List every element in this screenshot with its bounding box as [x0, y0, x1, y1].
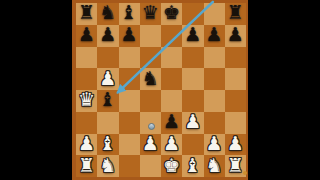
- square-e4[interactable]: [161, 90, 182, 112]
- square-a6[interactable]: [76, 47, 97, 69]
- square-d4[interactable]: [140, 90, 161, 112]
- square-f6[interactable]: [182, 47, 203, 69]
- piece-black-pawn[interactable]: ♟: [163, 112, 180, 131]
- piece-black-rook[interactable]: ♜: [78, 3, 95, 22]
- square-e5[interactable]: [161, 68, 182, 90]
- piece-black-rook[interactable]: ♜: [227, 3, 244, 22]
- piece-white-bishop[interactable]: ♝: [184, 156, 201, 175]
- square-a3[interactable]: [76, 112, 97, 134]
- square-e1[interactable]: ♚: [161, 155, 182, 177]
- square-e2[interactable]: ♟: [161, 134, 182, 156]
- square-a1[interactable]: ♜: [76, 155, 97, 177]
- piece-black-pawn[interactable]: ♟: [99, 25, 116, 44]
- square-c6[interactable]: [119, 47, 140, 69]
- chess-board: ♜♞♝♛♚♜♟♟♟♟♟♟♟♞♛♝♟♟♟♝♟♟♟♟♜♞♚♝♞♜: [72, 0, 248, 180]
- square-b1[interactable]: ♞: [97, 155, 118, 177]
- square-d5[interactable]: ♞: [140, 68, 161, 90]
- square-d6[interactable]: [140, 47, 161, 69]
- square-c4[interactable]: [119, 90, 140, 112]
- piece-white-pawn[interactable]: ♟: [184, 112, 201, 131]
- square-g7[interactable]: ♟: [204, 25, 225, 47]
- piece-black-pawn[interactable]: ♟: [184, 25, 201, 44]
- square-b8[interactable]: ♞: [97, 3, 118, 25]
- piece-white-queen[interactable]: ♛: [78, 90, 95, 109]
- piece-black-pawn[interactable]: ♟: [206, 25, 223, 44]
- piece-black-queen[interactable]: ♛: [142, 3, 159, 22]
- piece-white-bishop[interactable]: ♝: [99, 134, 116, 153]
- square-g4[interactable]: [204, 90, 225, 112]
- square-h7[interactable]: ♟: [225, 25, 246, 47]
- square-f4[interactable]: [182, 90, 203, 112]
- square-g1[interactable]: ♞: [204, 155, 225, 177]
- square-f3[interactable]: ♟: [182, 112, 203, 134]
- square-a8[interactable]: ♜: [76, 3, 97, 25]
- square-e3[interactable]: ♟: [161, 112, 182, 134]
- square-f8[interactable]: [182, 3, 203, 25]
- square-b7[interactable]: ♟: [97, 25, 118, 47]
- piece-white-knight[interactable]: ♞: [99, 156, 116, 175]
- square-f5[interactable]: [182, 68, 203, 90]
- square-f7[interactable]: ♟: [182, 25, 203, 47]
- piece-white-pawn[interactable]: ♟: [142, 134, 159, 153]
- square-a5[interactable]: [76, 68, 97, 90]
- square-g6[interactable]: [204, 47, 225, 69]
- piece-white-pawn[interactable]: ♟: [206, 134, 223, 153]
- square-g3[interactable]: [204, 112, 225, 134]
- square-d2[interactable]: ♟: [140, 134, 161, 156]
- piece-white-pawn[interactable]: ♟: [99, 69, 116, 88]
- square-d8[interactable]: ♛: [140, 3, 161, 25]
- mouse-cursor-dot: [148, 123, 155, 130]
- square-b3[interactable]: [97, 112, 118, 134]
- piece-black-knight[interactable]: ♞: [142, 69, 159, 88]
- letterbox-left: [0, 0, 72, 180]
- square-g2[interactable]: ♟: [204, 134, 225, 156]
- square-c7[interactable]: ♟: [119, 25, 140, 47]
- square-d7[interactable]: [140, 25, 161, 47]
- square-h3[interactable]: [225, 112, 246, 134]
- square-a7[interactable]: ♟: [76, 25, 97, 47]
- piece-black-bishop[interactable]: ♝: [99, 90, 116, 109]
- piece-black-bishop[interactable]: ♝: [121, 3, 138, 22]
- board-squares: ♜♞♝♛♚♜♟♟♟♟♟♟♟♞♛♝♟♟♟♝♟♟♟♟♜♞♚♝♞♜: [76, 3, 246, 177]
- square-c5[interactable]: [119, 68, 140, 90]
- square-d1[interactable]: [140, 155, 161, 177]
- square-c3[interactable]: [119, 112, 140, 134]
- corner-dot: [243, 171, 247, 175]
- square-g8[interactable]: [204, 3, 225, 25]
- square-e8[interactable]: ♚: [161, 3, 182, 25]
- piece-black-king[interactable]: ♚: [163, 3, 180, 22]
- piece-white-pawn[interactable]: ♟: [227, 134, 244, 153]
- square-h2[interactable]: ♟: [225, 134, 246, 156]
- piece-white-rook[interactable]: ♜: [227, 156, 244, 175]
- square-e6[interactable]: [161, 47, 182, 69]
- square-f1[interactable]: ♝: [182, 155, 203, 177]
- piece-white-rook[interactable]: ♜: [78, 156, 95, 175]
- screenshot-root: { "game": "chess", "position": { "fen": …: [0, 0, 320, 180]
- square-e7[interactable]: [161, 25, 182, 47]
- piece-black-pawn[interactable]: ♟: [121, 25, 138, 44]
- square-h4[interactable]: [225, 90, 246, 112]
- piece-white-knight[interactable]: ♞: [206, 156, 223, 175]
- square-c2[interactable]: [119, 134, 140, 156]
- square-f2[interactable]: [182, 134, 203, 156]
- square-b4[interactable]: ♝: [97, 90, 118, 112]
- square-b5[interactable]: ♟: [97, 68, 118, 90]
- square-h8[interactable]: ♜: [225, 3, 246, 25]
- letterbox-right: [248, 0, 320, 180]
- square-c8[interactable]: ♝: [119, 3, 140, 25]
- square-b2[interactable]: ♝: [97, 134, 118, 156]
- square-a4[interactable]: ♛: [76, 90, 97, 112]
- piece-black-knight[interactable]: ♞: [99, 3, 116, 22]
- piece-white-king[interactable]: ♚: [163, 156, 180, 175]
- square-b6[interactable]: [97, 47, 118, 69]
- piece-black-pawn[interactable]: ♟: [227, 25, 244, 44]
- square-a2[interactable]: ♟: [76, 134, 97, 156]
- piece-black-pawn[interactable]: ♟: [78, 25, 95, 44]
- square-c1[interactable]: [119, 155, 140, 177]
- square-h5[interactable]: [225, 68, 246, 90]
- piece-white-pawn[interactable]: ♟: [78, 134, 95, 153]
- square-g5[interactable]: [204, 68, 225, 90]
- piece-white-pawn[interactable]: ♟: [163, 134, 180, 153]
- square-h6[interactable]: [225, 47, 246, 69]
